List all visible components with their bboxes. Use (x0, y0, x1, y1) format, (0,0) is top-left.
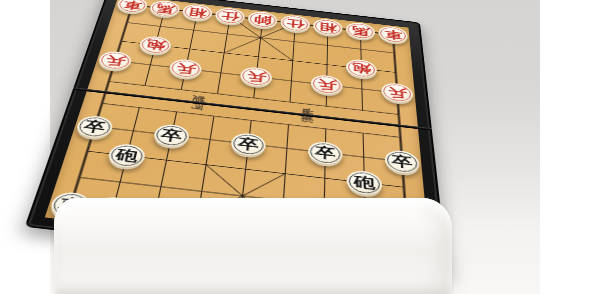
piece-red-chariot[interactable]: 車 (378, 25, 408, 44)
piece-red-cannon[interactable]: 炮 (346, 58, 377, 79)
piece-black-soldier[interactable]: 卒 (230, 131, 267, 156)
piece-glyph: 卒 (82, 119, 107, 134)
piece-glyph: 兵 (175, 62, 196, 75)
piece-glyph: 兵 (387, 86, 407, 99)
product-photo: 楚河 漢界 車馬相仕帥仕相馬車炮炮兵兵兵兵兵卒卒卒卒卒砲砲車馬象士將士象馬車 (0, 0, 592, 294)
piece-red-cannon[interactable]: 炮 (138, 35, 173, 55)
piece-glyph: 仕 (220, 10, 239, 21)
piece-glyph: 仕 (286, 18, 304, 29)
piece-red-horse[interactable]: 馬 (148, 0, 181, 18)
piece-glyph: 車 (384, 29, 402, 41)
piece-glyph: 相 (188, 7, 208, 18)
piece-glyph: 卒 (237, 136, 259, 151)
piece-red-soldier[interactable]: 兵 (239, 66, 273, 88)
piece-glyph: 相 (319, 21, 337, 33)
piece-glyph: 兵 (104, 54, 126, 67)
piece-glyph: 炮 (352, 62, 371, 75)
piece-red-elephant[interactable]: 相 (181, 3, 213, 22)
piece-red-general[interactable]: 帥 (247, 10, 278, 29)
piece-glyph: 兵 (317, 78, 336, 91)
piece-red-chariot[interactable]: 車 (115, 0, 149, 14)
piece-black-cannon[interactable]: 砲 (347, 169, 383, 196)
white-plastic-tray (54, 198, 452, 294)
piece-red-soldier[interactable]: 兵 (96, 50, 133, 71)
piece-black-soldier[interactable]: 卒 (308, 140, 343, 166)
piece-black-cannon[interactable]: 砲 (106, 143, 147, 170)
piece-glyph: 卒 (315, 145, 336, 161)
piece-glyph: 炮 (145, 39, 166, 51)
piece-red-elephant[interactable]: 相 (313, 18, 342, 37)
piece-glyph: 卒 (391, 154, 413, 170)
piece-glyph: 帥 (253, 14, 272, 25)
piece-red-soldier[interactable]: 兵 (168, 58, 203, 80)
piece-glyph: 卒 (160, 128, 183, 143)
piece-red-advisor[interactable]: 仕 (214, 7, 246, 26)
piece-glyph: 砲 (354, 175, 376, 192)
piece-black-soldier[interactable]: 卒 (74, 114, 115, 139)
piece-glyph: 馬 (352, 25, 370, 37)
piece-red-advisor[interactable]: 仕 (280, 14, 310, 33)
piece-glyph: 馬 (155, 3, 175, 14)
piece-red-soldier[interactable]: 兵 (381, 82, 414, 104)
piece-glyph: 車 (122, 0, 142, 11)
piece-glyph: 砲 (114, 148, 139, 164)
piece-red-soldier[interactable]: 兵 (311, 74, 343, 96)
piece-red-horse[interactable]: 馬 (346, 21, 375, 40)
piece-black-soldier[interactable]: 卒 (384, 149, 420, 175)
piece-black-soldier[interactable]: 卒 (152, 123, 191, 148)
piece-glyph: 兵 (246, 70, 266, 83)
